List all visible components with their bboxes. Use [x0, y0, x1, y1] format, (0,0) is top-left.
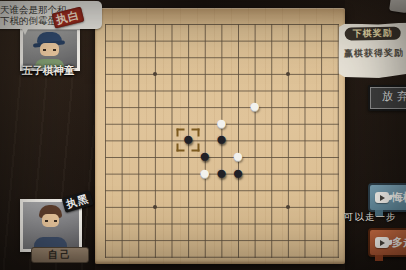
black-stone: ●: [196, 147, 214, 165]
self-name-plate: 自己: [31, 247, 89, 263]
ad-video-icon: [375, 237, 389, 248]
game-screen: ●●●●●●●●● 天谁会是那个和 下棋的倒霉蛋 执白 五子棋神童 执黑 自己 …: [0, 0, 406, 270]
ad-video-icon: [375, 192, 389, 203]
black-stone: ●: [212, 130, 230, 148]
speech-bubble-line1: 天谁会是那个和: [0, 4, 98, 15]
opponent-name: 五子棋神童: [0, 64, 96, 78]
black-stone: ●: [179, 130, 197, 148]
undo-ad-button[interactable]: 悔棋: [368, 183, 406, 212]
white-stone: ●: [212, 114, 230, 132]
white-stone: ●: [196, 164, 214, 182]
white-stone: ●: [246, 97, 264, 115]
goban-board[interactable]: ●●●●●●●●●: [95, 8, 345, 264]
stones-layer: ●●●●●●●●●: [105, 24, 339, 258]
opponent-face: [40, 43, 59, 56]
reward-description: 赢棋获得奖励: [338, 46, 406, 60]
reward-note: 下棋奖励 赢棋获得奖励: [338, 22, 406, 78]
white-stone: ●: [229, 147, 247, 165]
reward-title-badge: 下棋奖励: [345, 27, 401, 41]
extra-move-ad-button[interactable]: 多走一步: [368, 228, 406, 257]
black-stone: ●: [229, 164, 247, 182]
self-face: [42, 214, 59, 227]
black-stone: ●: [212, 164, 230, 182]
give-up-button[interactable]: 放弃: [368, 85, 406, 111]
last-move-marker: [178, 130, 199, 151]
undo-button-label: 悔棋: [392, 190, 406, 205]
extra-move-hint: 可以走一步: [344, 211, 406, 224]
extra-move-button-label: 多走一步: [392, 235, 406, 250]
